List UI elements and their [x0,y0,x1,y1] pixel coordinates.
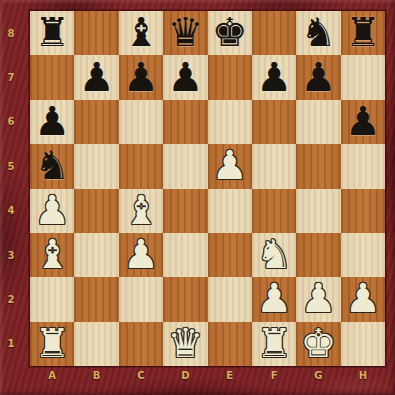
square-c2[interactable] [119,277,163,321]
square-a2[interactable] [30,277,74,321]
square-e6[interactable] [208,100,252,144]
square-g8[interactable]: ♞ [296,11,340,55]
rank-labels: 87654321 [0,11,22,366]
rank-label-6: 6 [0,100,22,144]
board-frame: 87654321 ABCDEFGH ♜♝♛♚♞♜♟♟♟♟♟♟♟♞♟♟♝♝♟♞♟♟… [0,0,395,395]
square-e7[interactable] [208,55,252,99]
square-f7[interactable]: ♟ [252,55,296,99]
square-e8[interactable]: ♚ [208,11,252,55]
square-d1[interactable]: ♛ [163,322,207,366]
rank-label-2: 2 [0,277,22,321]
piece-black-pawn[interactable]: ♟ [123,57,159,97]
file-label-b: B [74,366,118,395]
square-g4[interactable] [296,189,340,233]
square-h6[interactable]: ♟ [341,100,385,144]
file-label-c: C [119,366,163,395]
piece-white-pawn[interactable]: ♟ [34,190,70,230]
square-d7[interactable]: ♟ [163,55,207,99]
square-h2[interactable]: ♟ [341,277,385,321]
piece-white-pawn[interactable]: ♟ [301,278,337,318]
piece-black-pawn[interactable]: ♟ [79,57,115,97]
rank-label-5: 5 [0,144,22,188]
file-label-a: A [30,366,74,395]
piece-black-knight[interactable]: ♞ [34,145,70,185]
piece-white-rook[interactable]: ♜ [256,323,292,363]
square-h1[interactable] [341,322,385,366]
piece-white-pawn[interactable]: ♟ [345,278,381,318]
square-d4[interactable] [163,189,207,233]
square-a8[interactable]: ♜ [30,11,74,55]
square-a7[interactable] [30,55,74,99]
square-f8[interactable] [252,11,296,55]
square-a4[interactable]: ♟ [30,189,74,233]
rank-label-7: 7 [0,55,22,99]
square-e2[interactable] [208,277,252,321]
square-b5[interactable] [74,144,118,188]
square-d3[interactable] [163,233,207,277]
piece-white-pawn[interactable]: ♟ [212,145,248,185]
rank-label-4: 4 [0,189,22,233]
square-f3[interactable]: ♞ [252,233,296,277]
square-b2[interactable] [74,277,118,321]
square-h7[interactable] [341,55,385,99]
square-c6[interactable] [119,100,163,144]
piece-white-pawn[interactable]: ♟ [123,234,159,274]
square-d5[interactable] [163,144,207,188]
square-a5[interactable]: ♞ [30,144,74,188]
piece-black-rook[interactable]: ♜ [34,12,70,52]
rank-label-3: 3 [0,233,22,277]
square-c8[interactable]: ♝ [119,11,163,55]
square-h4[interactable] [341,189,385,233]
piece-white-knight[interactable]: ♞ [256,234,292,274]
piece-white-rook[interactable]: ♜ [34,323,70,363]
square-c5[interactable] [119,144,163,188]
square-d6[interactable] [163,100,207,144]
square-b6[interactable] [74,100,118,144]
square-g7[interactable]: ♟ [296,55,340,99]
piece-black-pawn[interactable]: ♟ [345,101,381,141]
square-e4[interactable] [208,189,252,233]
piece-white-bishop[interactable]: ♝ [123,190,159,230]
square-g2[interactable]: ♟ [296,277,340,321]
piece-black-pawn[interactable]: ♟ [34,101,70,141]
piece-black-bishop[interactable]: ♝ [123,12,159,52]
square-h5[interactable] [341,144,385,188]
square-a1[interactable]: ♜ [30,322,74,366]
chess-board: ♜♝♛♚♞♜♟♟♟♟♟♟♟♞♟♟♝♝♟♞♟♟♟♜♛♜♚ [30,11,385,366]
square-b1[interactable] [74,322,118,366]
piece-black-king[interactable]: ♚ [212,12,248,52]
square-c1[interactable] [119,322,163,366]
square-g3[interactable] [296,233,340,277]
square-f4[interactable] [252,189,296,233]
square-f1[interactable]: ♜ [252,322,296,366]
square-b4[interactable] [74,189,118,233]
square-g5[interactable] [296,144,340,188]
square-h8[interactable]: ♜ [341,11,385,55]
file-label-g: G [296,366,340,395]
square-f6[interactable] [252,100,296,144]
square-e5[interactable]: ♟ [208,144,252,188]
square-d8[interactable]: ♛ [163,11,207,55]
piece-white-bishop[interactable]: ♝ [34,234,70,274]
square-d2[interactable] [163,277,207,321]
piece-black-pawn[interactable]: ♟ [301,57,337,97]
square-b3[interactable] [74,233,118,277]
square-g6[interactable] [296,100,340,144]
piece-white-king[interactable]: ♚ [301,323,337,363]
square-f5[interactable] [252,144,296,188]
square-a6[interactable]: ♟ [30,100,74,144]
piece-black-pawn[interactable]: ♟ [167,57,203,97]
rank-label-1: 1 [0,322,22,366]
square-a3[interactable]: ♝ [30,233,74,277]
square-c3[interactable]: ♟ [119,233,163,277]
square-g1[interactable]: ♚ [296,322,340,366]
piece-black-rook[interactable]: ♜ [345,12,381,52]
file-label-e: E [208,366,252,395]
piece-white-pawn[interactable]: ♟ [256,278,292,318]
square-e1[interactable] [208,322,252,366]
file-label-d: D [163,366,207,395]
piece-black-queen[interactable]: ♛ [167,12,203,52]
piece-white-queen[interactable]: ♛ [167,323,203,363]
piece-black-pawn[interactable]: ♟ [256,57,292,97]
square-f2[interactable]: ♟ [252,277,296,321]
square-e3[interactable] [208,233,252,277]
square-h3[interactable] [341,233,385,277]
square-b7[interactable]: ♟ [74,55,118,99]
file-label-f: F [252,366,296,395]
square-c4[interactable]: ♝ [119,189,163,233]
rank-label-8: 8 [0,11,22,55]
file-label-h: H [341,366,385,395]
square-c7[interactable]: ♟ [119,55,163,99]
piece-black-knight[interactable]: ♞ [301,12,337,52]
square-b8[interactable] [74,11,118,55]
file-labels: ABCDEFGH [30,366,385,395]
